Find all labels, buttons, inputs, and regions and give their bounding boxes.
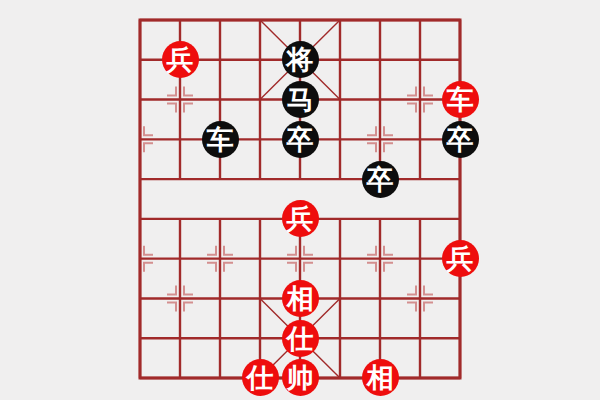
piece-red-advisor[interactable]: 仕	[242, 359, 279, 396]
piece-black-horse[interactable]: 马	[282, 81, 319, 118]
xiangqi-board: 兵将马车车卒卒卒兵兵相仕仕帅相	[0, 0, 600, 400]
piece-grid: 兵将马车车卒卒卒兵兵相仕仕帅相	[120, 0, 480, 398]
piece-red-elephant[interactable]: 相	[282, 280, 319, 317]
piece-black-soldier[interactable]: 卒	[362, 161, 399, 198]
piece-red-elephant[interactable]: 相	[362, 359, 399, 396]
piece-red-chariot[interactable]: 车	[442, 81, 479, 118]
piece-black-chariot[interactable]: 车	[202, 121, 239, 158]
piece-red-soldier[interactable]: 兵	[442, 240, 479, 277]
piece-red-general[interactable]: 帅	[282, 359, 319, 396]
piece-red-advisor[interactable]: 仕	[282, 320, 319, 357]
piece-black-soldier[interactable]: 卒	[282, 121, 319, 158]
piece-black-general[interactable]: 将	[282, 41, 319, 78]
piece-red-soldier[interactable]: 兵	[162, 41, 199, 78]
piece-red-soldier[interactable]: 兵	[282, 200, 319, 237]
piece-black-soldier[interactable]: 卒	[442, 121, 479, 158]
